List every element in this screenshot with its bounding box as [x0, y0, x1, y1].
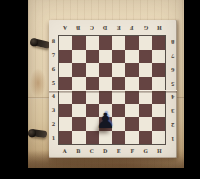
- coordinate-label: 7: [171, 53, 174, 58]
- square-b7: [72, 50, 85, 64]
- coordinate-label: 6: [171, 67, 174, 72]
- square-a1: [59, 131, 72, 145]
- square-f5: [125, 77, 138, 91]
- square-a8: [59, 36, 72, 50]
- coordinate-label: 4: [52, 94, 55, 99]
- square-a3: [59, 104, 72, 118]
- square-e6: [112, 63, 125, 77]
- square-h8: [152, 36, 165, 50]
- square-f8: [125, 36, 138, 50]
- square-g1: [139, 131, 152, 145]
- file-labels-bottom: ABCDEFGH: [58, 146, 166, 157]
- file-labels-top: ABCDEFGH: [58, 22, 166, 33]
- left-top-latch-hook: [31, 38, 50, 49]
- coordinate-label: F: [130, 25, 134, 30]
- square-f1: [125, 131, 138, 145]
- coordinate-label: H: [157, 25, 162, 30]
- coordinate-label: 8: [52, 39, 55, 44]
- square-a6: [59, 63, 72, 77]
- coordinate-label: B: [76, 149, 80, 154]
- square-d7: [99, 50, 112, 64]
- square-e8: [112, 36, 125, 50]
- square-f3: [125, 104, 138, 118]
- square-g5: [139, 77, 152, 91]
- square-f2: [125, 117, 138, 131]
- coordinate-label: 7: [52, 53, 55, 58]
- coordinate-label: 3: [52, 108, 55, 113]
- coordinate-label: 5: [52, 81, 55, 86]
- square-b6: [72, 63, 85, 77]
- coordinate-label: 4: [171, 94, 174, 99]
- coordinate-label: 1: [52, 136, 55, 141]
- board-fold-seam: [49, 90, 177, 93]
- coordinate-label: C: [90, 25, 94, 30]
- square-e5: [112, 77, 125, 91]
- coordinate-label: A: [63, 149, 67, 154]
- square-h7: [152, 50, 165, 64]
- coordinate-label: A: [63, 25, 67, 30]
- table-wood-stain: [30, 68, 46, 98]
- coordinate-label: E: [117, 149, 121, 154]
- square-b3: [72, 104, 85, 118]
- square-d2: ♟: [99, 117, 112, 131]
- coordinate-label: 6: [52, 67, 55, 72]
- square-g7: [139, 50, 152, 64]
- coordinate-label: E: [117, 25, 121, 30]
- coordinate-label: H: [157, 149, 162, 154]
- black-pawn: ♟: [96, 111, 115, 132]
- coordinate-label: 2: [171, 122, 174, 127]
- coordinate-label: G: [144, 149, 148, 154]
- chess-board: ABCDEFGH 87654321 87654321 ♟ ABCDEFGH: [49, 20, 177, 158]
- square-e7: [112, 50, 125, 64]
- coordinate-label: C: [90, 149, 94, 154]
- square-d5: [99, 77, 112, 91]
- square-g2: [139, 117, 152, 131]
- coordinate-label: F: [130, 149, 134, 154]
- square-d6: [99, 63, 112, 77]
- square-c5: [86, 77, 99, 91]
- left-bottom-latch-hook: [30, 129, 48, 138]
- square-f7: [125, 50, 138, 64]
- square-h6: [152, 63, 165, 77]
- square-g6: [139, 63, 152, 77]
- square-d8: [99, 36, 112, 50]
- coordinate-label: 5: [171, 81, 174, 86]
- square-c6: [86, 63, 99, 77]
- square-g3: [139, 104, 152, 118]
- square-h2: [152, 117, 165, 131]
- coordinate-label: 2: [52, 122, 55, 127]
- coordinate-label: 1: [171, 136, 174, 141]
- coordinate-label: D: [103, 25, 107, 30]
- coordinate-label: D: [103, 149, 107, 154]
- coordinate-label: G: [144, 25, 148, 30]
- square-h3: [152, 104, 165, 118]
- square-b1: [72, 131, 85, 145]
- square-a7: [59, 50, 72, 64]
- square-h1: [152, 131, 165, 145]
- square-a2: [59, 117, 72, 131]
- square-b2: [72, 117, 85, 131]
- square-c8: [86, 36, 99, 50]
- coordinate-label: B: [76, 25, 80, 30]
- square-h5: [152, 77, 165, 91]
- table-photo: ABCDEFGH 87654321 87654321 ♟ ABCDEFGH: [28, 0, 184, 168]
- square-b8: [72, 36, 85, 50]
- coordinate-label: 8: [171, 39, 174, 44]
- square-f6: [125, 63, 138, 77]
- square-b5: [72, 77, 85, 91]
- square-a5: [59, 77, 72, 91]
- square-c7: [86, 50, 99, 64]
- square-g8: [139, 36, 152, 50]
- coordinate-label: 3: [171, 108, 174, 113]
